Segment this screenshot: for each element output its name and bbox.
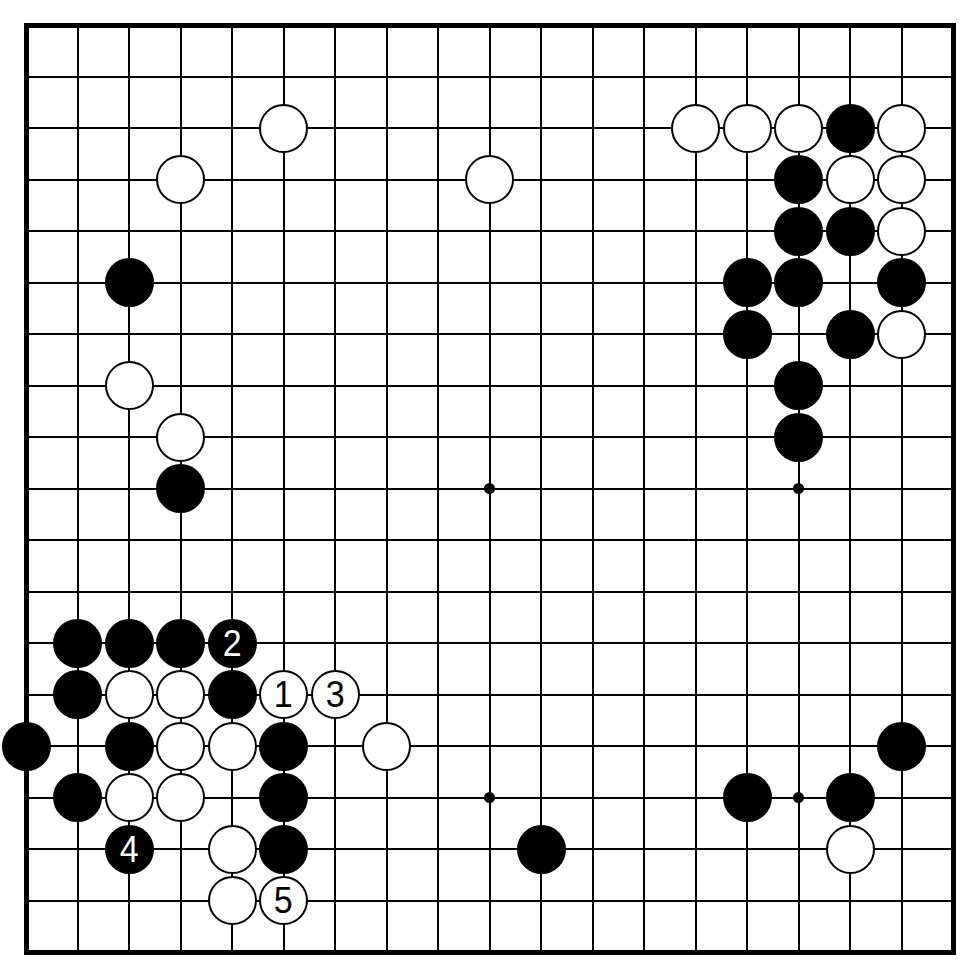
white-stone [105, 773, 154, 822]
white-stone [877, 104, 926, 153]
black-stone [774, 258, 823, 307]
black-stone [208, 670, 257, 719]
star-point [484, 483, 495, 494]
move-number-label: 5 [274, 882, 293, 919]
white-stone [156, 722, 205, 771]
white-stone [156, 670, 205, 719]
black-stone [774, 207, 823, 256]
black-stone [774, 413, 823, 462]
move-number-label: 2 [223, 625, 242, 662]
white-stone [877, 155, 926, 204]
white-stone [156, 155, 205, 204]
star-point [793, 792, 804, 803]
black-stone [105, 722, 154, 771]
white-stone [156, 413, 205, 462]
white-stone [208, 722, 257, 771]
black-stone [156, 619, 205, 668]
black-stone [826, 104, 875, 153]
black-stone [877, 258, 926, 307]
black-stone [723, 773, 772, 822]
move-number-label: 4 [120, 831, 139, 868]
black-stone [723, 258, 772, 307]
black-stone [826, 207, 875, 256]
white-stone-move-5: 5 [259, 876, 308, 925]
white-stone-move-1: 1 [259, 670, 308, 719]
white-stone [774, 104, 823, 153]
black-stone [774, 361, 823, 410]
black-stone [53, 773, 102, 822]
white-stone [208, 825, 257, 874]
white-stone [156, 773, 205, 822]
black-stone [53, 670, 102, 719]
black-stone [105, 619, 154, 668]
white-stone [723, 104, 772, 153]
black-stone [723, 310, 772, 359]
white-stone [465, 155, 514, 204]
white-stone-move-3: 3 [311, 670, 360, 719]
star-point [484, 792, 495, 803]
move-number-label: 3 [326, 676, 345, 713]
white-stone [105, 670, 154, 719]
black-stone [156, 464, 205, 513]
white-stone [877, 207, 926, 256]
white-stone [826, 155, 875, 204]
black-stone [105, 258, 154, 307]
black-stone [53, 619, 102, 668]
black-stone [826, 773, 875, 822]
black-stone-move-2: 2 [208, 619, 257, 668]
black-stone [2, 722, 51, 771]
black-stone [826, 310, 875, 359]
black-stone [877, 722, 926, 771]
go-diagram-page: 21345 [0, 0, 980, 980]
black-stone [259, 773, 308, 822]
white-stone [877, 310, 926, 359]
white-stone [105, 361, 154, 410]
black-stone [259, 722, 308, 771]
white-stone [362, 722, 411, 771]
white-stone [259, 104, 308, 153]
star-point [793, 483, 804, 494]
white-stone [671, 104, 720, 153]
black-stone [259, 825, 308, 874]
black-stone [517, 825, 566, 874]
white-stone [208, 876, 257, 925]
move-number-label: 1 [274, 676, 293, 713]
go-board[interactable]: 21345 [0, 0, 980, 980]
black-stone [774, 155, 823, 204]
black-stone-move-4: 4 [105, 825, 154, 874]
white-stone [826, 825, 875, 874]
